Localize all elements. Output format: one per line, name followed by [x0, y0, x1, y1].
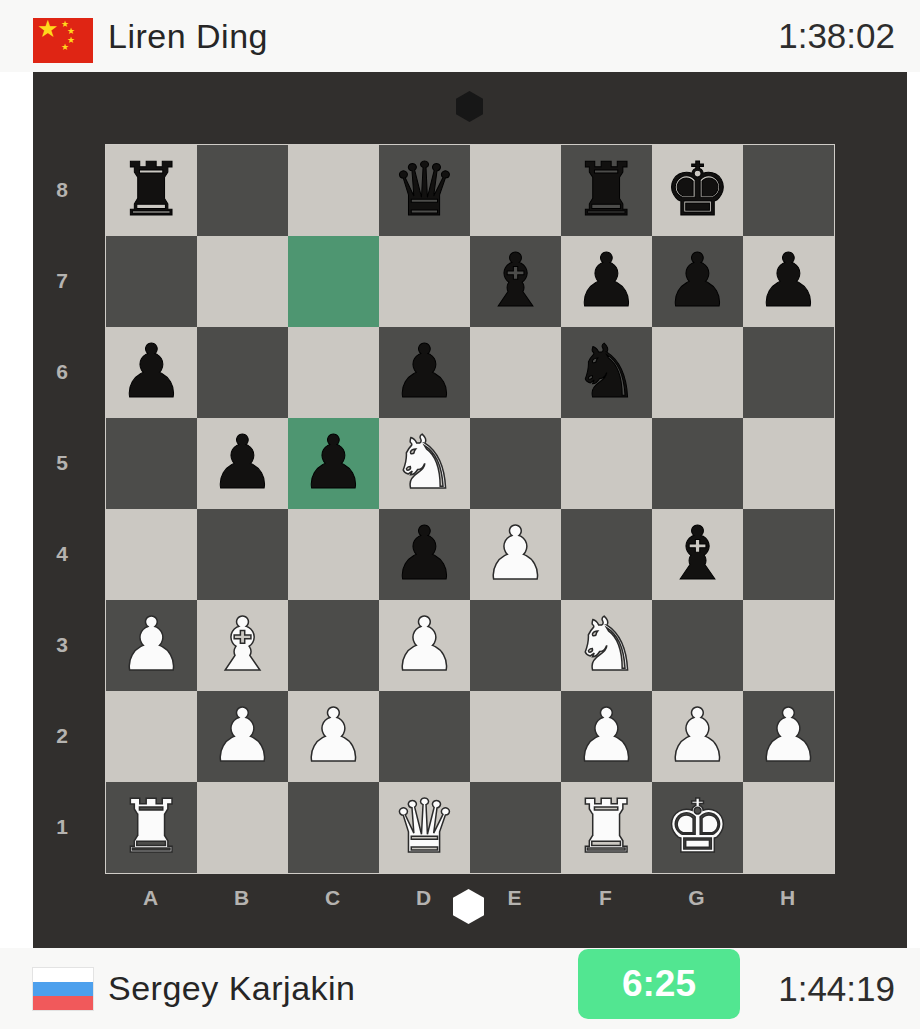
white-pawn-piece[interactable]: ♟: [664, 698, 730, 772]
rank-label-5: 5: [33, 417, 91, 508]
square-f3[interactable]: ♞: [561, 600, 652, 691]
white-knight-piece[interactable]: ♞: [573, 607, 639, 681]
square-h3[interactable]: [743, 600, 834, 691]
square-c2[interactable]: ♟: [288, 691, 379, 782]
square-d1[interactable]: ♛: [379, 782, 470, 873]
square-f5[interactable]: [561, 418, 652, 509]
square-e4[interactable]: ♟: [470, 509, 561, 600]
black-knight-piece[interactable]: ♞: [573, 334, 639, 408]
square-h4[interactable]: [743, 509, 834, 600]
square-f2[interactable]: ♟: [561, 691, 652, 782]
square-c1[interactable]: [288, 782, 379, 873]
square-g6[interactable]: [652, 327, 743, 418]
rank-label-6: 6: [33, 326, 91, 417]
white-side-hexagon-icon: [453, 889, 484, 924]
square-h7[interactable]: ♟: [743, 236, 834, 327]
square-g1[interactable]: ♚: [652, 782, 743, 873]
russia-flag-icon: [33, 968, 93, 1010]
file-label-h: H: [742, 878, 833, 918]
black-pawn-piece[interactable]: ♟: [573, 243, 639, 317]
rank-labels: 8 7 6 5 4 3 2 1: [33, 144, 91, 872]
black-pawn-piece[interactable]: ♟: [391, 516, 457, 590]
top-player-name: Liren Ding: [108, 0, 268, 72]
white-knight-piece[interactable]: ♞: [391, 425, 457, 499]
square-d2[interactable]: [379, 691, 470, 782]
white-pawn-piece[interactable]: ♟: [482, 516, 548, 590]
black-pawn-piece[interactable]: ♟: [664, 243, 730, 317]
rank-label-1: 1: [33, 781, 91, 872]
black-side-hexagon-icon: [456, 91, 483, 122]
square-d8[interactable]: ♛: [379, 145, 470, 236]
square-h1[interactable]: [743, 782, 834, 873]
square-b8[interactable]: [197, 145, 288, 236]
white-bishop-piece[interactable]: ♝: [209, 607, 275, 681]
white-rook-piece[interactable]: ♜: [573, 789, 639, 863]
square-h2[interactable]: ♟: [743, 691, 834, 782]
file-label-c: C: [287, 878, 378, 918]
square-e7[interactable]: ♝: [470, 236, 561, 327]
black-bishop-piece[interactable]: ♝: [664, 516, 730, 590]
move-timer-badge: 6:25: [578, 949, 740, 1019]
black-pawn-piece[interactable]: ♟: [391, 334, 457, 408]
square-d6[interactable]: ♟: [379, 327, 470, 418]
black-pawn-piece[interactable]: ♟: [300, 425, 366, 499]
square-b7[interactable]: [197, 236, 288, 327]
square-a8[interactable]: ♜: [106, 145, 197, 236]
square-b4[interactable]: [197, 509, 288, 600]
square-e3[interactable]: [470, 600, 561, 691]
rank-label-8: 8: [33, 144, 91, 235]
black-pawn-piece[interactable]: ♟: [209, 425, 275, 499]
white-pawn-piece[interactable]: ♟: [118, 607, 184, 681]
white-pawn-piece[interactable]: ♟: [755, 698, 821, 772]
square-h8[interactable]: [743, 145, 834, 236]
black-rook-piece[interactable]: ♜: [573, 152, 639, 226]
top-player-bar: ★ ★ ★ ★ ★ Liren Ding 1:38:02: [0, 0, 920, 72]
square-g3[interactable]: [652, 600, 743, 691]
black-bishop-piece[interactable]: ♝: [482, 243, 548, 317]
square-g8[interactable]: ♚: [652, 145, 743, 236]
board-panel: 8 7 6 5 4 3 2 1 ♜♛♜♚♝♟♟♟♟♟♞♟♟♞♟♟♝♟♝♟♞♟♟♟…: [33, 72, 907, 948]
black-pawn-piece[interactable]: ♟: [118, 334, 184, 408]
white-queen-piece[interactable]: ♛: [391, 789, 457, 863]
square-b3[interactable]: ♝: [197, 600, 288, 691]
square-a6[interactable]: ♟: [106, 327, 197, 418]
square-c8[interactable]: [288, 145, 379, 236]
square-a3[interactable]: ♟: [106, 600, 197, 691]
bottom-player-name: Sergey Karjakin: [108, 948, 356, 1029]
square-b6[interactable]: [197, 327, 288, 418]
square-f1[interactable]: ♜: [561, 782, 652, 873]
square-g7[interactable]: ♟: [652, 236, 743, 327]
chess-app: ★ ★ ★ ★ ★ Liren Ding 1:38:02 8 7 6 5 4 3…: [0, 0, 920, 1029]
white-pawn-piece[interactable]: ♟: [573, 698, 639, 772]
square-c7[interactable]: [288, 236, 379, 327]
square-c5[interactable]: ♟: [288, 418, 379, 509]
rank-label-4: 4: [33, 508, 91, 599]
top-player-clock: 1:38:02: [778, 0, 895, 72]
square-e2[interactable]: [470, 691, 561, 782]
black-king-piece[interactable]: ♚: [664, 152, 730, 226]
square-f4[interactable]: [561, 509, 652, 600]
square-c4[interactable]: [288, 509, 379, 600]
square-a2[interactable]: [106, 691, 197, 782]
square-a5[interactable]: [106, 418, 197, 509]
file-label-a: A: [105, 878, 196, 918]
square-e1[interactable]: [470, 782, 561, 873]
square-c3[interactable]: [288, 600, 379, 691]
bottom-player-bar: Sergey Karjakin 6:25 1:44:19: [0, 948, 920, 1029]
square-h6[interactable]: [743, 327, 834, 418]
rank-label-7: 7: [33, 235, 91, 326]
square-f7[interactable]: ♟: [561, 236, 652, 327]
black-queen-piece[interactable]: ♛: [391, 152, 457, 226]
square-b5[interactable]: ♟: [197, 418, 288, 509]
rank-label-3: 3: [33, 599, 91, 690]
square-d4[interactable]: ♟: [379, 509, 470, 600]
square-b1[interactable]: [197, 782, 288, 873]
square-d7[interactable]: [379, 236, 470, 327]
square-f8[interactable]: ♜: [561, 145, 652, 236]
file-label-f: F: [560, 878, 651, 918]
square-a1[interactable]: ♜: [106, 782, 197, 873]
china-flag-icon: ★ ★ ★ ★ ★: [33, 18, 93, 63]
rank-label-2: 2: [33, 690, 91, 781]
square-f6[interactable]: ♞: [561, 327, 652, 418]
square-c6[interactable]: [288, 327, 379, 418]
square-b2[interactable]: ♟: [197, 691, 288, 782]
white-pawn-piece[interactable]: ♟: [209, 698, 275, 772]
black-rook-piece[interactable]: ♜: [118, 152, 184, 226]
chess-board[interactable]: ♜♛♜♚♝♟♟♟♟♟♞♟♟♞♟♟♝♟♝♟♞♟♟♟♟♟♜♛♜♚: [105, 144, 835, 874]
square-e8[interactable]: [470, 145, 561, 236]
square-e5[interactable]: [470, 418, 561, 509]
square-g4[interactable]: ♝: [652, 509, 743, 600]
square-g5[interactable]: [652, 418, 743, 509]
white-pawn-piece[interactable]: ♟: [300, 698, 366, 772]
file-label-b: B: [196, 878, 287, 918]
square-e6[interactable]: [470, 327, 561, 418]
square-g2[interactable]: ♟: [652, 691, 743, 782]
square-d3[interactable]: ♟: [379, 600, 470, 691]
square-a4[interactable]: [106, 509, 197, 600]
square-a7[interactable]: [106, 236, 197, 327]
white-king-piece[interactable]: ♚: [664, 789, 730, 863]
white-rook-piece[interactable]: ♜: [118, 789, 184, 863]
black-pawn-piece[interactable]: ♟: [755, 243, 821, 317]
file-label-g: G: [651, 878, 742, 918]
white-pawn-piece[interactable]: ♟: [391, 607, 457, 681]
square-h5[interactable]: [743, 418, 834, 509]
square-d5[interactable]: ♞: [379, 418, 470, 509]
bottom-player-clock: 1:44:19: [778, 948, 895, 1029]
